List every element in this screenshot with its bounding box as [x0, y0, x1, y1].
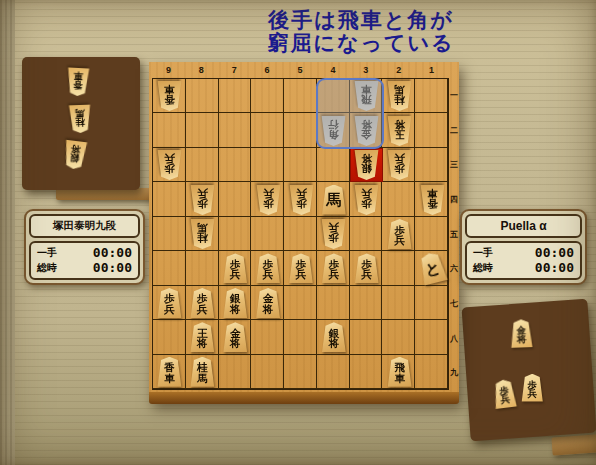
board-square[interactable] — [317, 79, 350, 113]
file-label: 7 — [218, 62, 251, 78]
shogi-piece-sente[interactable]: 金 将 — [222, 322, 249, 352]
board-grid[interactable]: 香 車飛 車桂 馬角 行金 将玉 将歩 兵銀 将歩 兵歩 兵歩 兵歩 兵馬歩 兵… — [152, 78, 449, 390]
hand-piece-sente[interactable]: 歩 兵 — [491, 378, 518, 409]
board-square[interactable] — [350, 217, 383, 251]
right-player-panel: Puella α 一手 00:00 総時 00:00 — [460, 209, 587, 285]
board-square[interactable] — [219, 182, 252, 216]
gote-komadai: 香 車桂 馬銀 将 — [22, 57, 140, 190]
shogi-piece-sente[interactable]: 歩 兵 — [189, 288, 216, 318]
board-square[interactable] — [219, 79, 252, 113]
shogi-piece-gote[interactable]: 桂 馬 — [386, 81, 413, 111]
sente-komadai: 金 将歩 兵歩 兵 — [461, 299, 596, 441]
board-square[interactable] — [415, 320, 448, 354]
rank-label: 三 — [449, 147, 459, 182]
board-square[interactable] — [251, 355, 284, 389]
shogi-piece-gote[interactable]: 歩 兵 — [255, 185, 282, 215]
board-square[interactable] — [317, 355, 350, 389]
shogi-piece-gote[interactable]: 桂 馬 — [189, 219, 216, 249]
file-label: 6 — [251, 62, 284, 78]
shogi-piece-gote[interactable]: 玉 将 — [386, 116, 413, 146]
rank-label: 五 — [449, 217, 459, 252]
hand-piece-sente[interactable]: 金 将 — [509, 319, 534, 348]
shogi-piece-sente[interactable]: 歩 兵 — [222, 253, 249, 283]
board-square[interactable] — [350, 320, 383, 354]
move-time-value: 00:00 — [93, 245, 132, 260]
file-label: 5 — [284, 62, 317, 78]
board-square[interactable] — [284, 320, 317, 354]
shogi-piece-sente[interactable]: 銀 将 — [222, 288, 249, 318]
shogi-piece-sente[interactable]: 歩 兵 — [156, 288, 183, 318]
board-square[interactable] — [219, 217, 252, 251]
rank-label: 七 — [449, 286, 459, 321]
shogi-piece-gote[interactable]: 歩 兵 — [288, 185, 315, 215]
board-square[interactable] — [382, 182, 415, 216]
shogi-piece-gote[interactable]: 角 行 — [320, 116, 347, 146]
board-square[interactable] — [415, 286, 448, 320]
board-square[interactable] — [317, 286, 350, 320]
board-square[interactable] — [186, 79, 219, 113]
hand-piece-sente[interactable]: 歩 兵 — [520, 374, 544, 402]
rank-label: 四 — [449, 182, 459, 217]
board-square[interactable] — [415, 79, 448, 113]
shogi-piece-gote[interactable]: 歩 兵 — [353, 185, 380, 215]
board-square[interactable] — [382, 251, 415, 285]
shogi-piece-gote[interactable]: 飛 車 — [353, 81, 380, 111]
board-square[interactable] — [153, 182, 186, 216]
board-square[interactable] — [219, 355, 252, 389]
board-square[interactable] — [350, 286, 383, 320]
board-square[interactable] — [415, 217, 448, 251]
file-label: 3 — [349, 62, 382, 78]
board-square[interactable] — [415, 148, 448, 182]
board-square[interactable] — [153, 251, 186, 285]
total-time-label: 総時 — [473, 261, 493, 275]
shogi-piece-gote[interactable]: 歩 兵 — [189, 185, 216, 215]
tatami-edge — [0, 0, 15, 465]
board-square[interactable] — [415, 355, 448, 389]
shogi-piece-gote[interactable]: 歩 兵 — [320, 219, 347, 249]
shogi-piece-gote[interactable]: 金 将 — [353, 116, 380, 146]
shogi-piece-sente[interactable]: 歩 兵 — [255, 253, 282, 283]
sente-komadai-base — [551, 434, 596, 455]
right-player-clock: 一手 00:00 総時 00:00 — [465, 241, 582, 280]
board-square[interactable] — [153, 320, 186, 354]
shogi-piece-gote[interactable]: 歩 兵 — [386, 150, 413, 180]
board-square[interactable] — [153, 113, 186, 147]
left-player-clock: 一手 00:00 総時 00:00 — [29, 241, 140, 280]
file-label: 8 — [185, 62, 218, 78]
shogi-board: 987654321 香 車飛 車桂 馬角 行金 将玉 将歩 兵銀 将歩 兵歩 兵… — [149, 62, 459, 402]
board-square[interactable] — [186, 148, 219, 182]
shogi-piece-sente[interactable]: 銀 将 — [320, 322, 347, 352]
shogi-piece-gote[interactable]: 香 車 — [156, 81, 183, 111]
annotation-line-1: 後手は飛車と角が — [238, 8, 484, 31]
file-labels: 987654321 — [152, 62, 448, 78]
board-square[interactable] — [284, 113, 317, 147]
left-player-name: 塚田泰明九段 — [29, 214, 140, 238]
shogi-piece-sente[interactable]: 王 将 — [189, 322, 216, 352]
annotation-line-2: 窮屈になっている — [238, 31, 484, 54]
total-time-value: 00:00 — [93, 260, 132, 275]
board-square[interactable] — [382, 286, 415, 320]
file-label: 9 — [152, 62, 185, 78]
rank-label: 二 — [449, 113, 459, 148]
board-square[interactable] — [284, 79, 317, 113]
hand-piece-gote[interactable]: 桂 馬 — [68, 105, 93, 134]
file-label: 2 — [382, 62, 415, 78]
board-square[interactable] — [284, 217, 317, 251]
board-square[interactable] — [284, 148, 317, 182]
board-square[interactable] — [251, 217, 284, 251]
board-square[interactable] — [284, 286, 317, 320]
board-square[interactable] — [153, 217, 186, 251]
shogi-piece-sente[interactable]: 金 将 — [255, 288, 282, 318]
move-time-label: 一手 — [37, 246, 57, 260]
shogi-piece-gote[interactable]: 歩 兵 — [156, 150, 183, 180]
move-time-label: 一手 — [473, 246, 493, 260]
hand-piece-gote[interactable]: 銀 将 — [61, 140, 88, 171]
shogi-piece-sente[interactable]: 歩 兵 — [353, 253, 380, 283]
file-label: 4 — [316, 62, 349, 78]
board-square[interactable] — [382, 320, 415, 354]
board-square[interactable] — [251, 79, 284, 113]
board-square[interactable] — [251, 148, 284, 182]
board-edge — [149, 392, 459, 404]
board-square[interactable] — [186, 113, 219, 147]
board-square[interactable] — [317, 148, 350, 182]
right-player-name: Puella α — [465, 214, 582, 238]
left-player-panel: 塚田泰明九段 一手 00:00 総時 00:00 — [24, 209, 145, 285]
shogi-piece-sente[interactable]: 香 車 — [156, 357, 183, 387]
total-time-value: 00:00 — [535, 260, 574, 275]
board-square[interactable] — [186, 251, 219, 285]
move-time-value: 00:00 — [535, 245, 574, 260]
file-label: 1 — [415, 62, 448, 78]
shogi-piece-sente[interactable]: 歩 兵 — [288, 253, 315, 283]
board-square[interactable] — [350, 355, 383, 389]
board-square[interactable] — [251, 320, 284, 354]
shogi-piece-gote[interactable]: 銀 将 — [353, 150, 380, 180]
rank-label: 六 — [449, 251, 459, 286]
board-square[interactable] — [219, 148, 252, 182]
annotation-text: 後手は飛車と角が 窮屈になっている — [238, 8, 484, 54]
total-time-label: 総時 — [37, 261, 57, 275]
shogi-piece-gote[interactable]: 香 車 — [419, 185, 446, 215]
shogi-piece-sente[interactable]: 馬 — [320, 185, 347, 215]
board-square[interactable] — [284, 355, 317, 389]
rank-label: 八 — [449, 321, 459, 356]
board-square[interactable] — [219, 113, 252, 147]
shogi-piece-sente[interactable]: 飛 車 — [386, 357, 413, 387]
rank-label: 一 — [449, 78, 459, 113]
shogi-piece-sente[interactable]: 歩 兵 — [386, 219, 413, 249]
shogi-piece-sente[interactable]: 歩 兵 — [320, 253, 347, 283]
hand-piece-gote[interactable]: 香 車 — [65, 67, 90, 96]
board-square[interactable] — [251, 113, 284, 147]
rank-label: 九 — [449, 355, 459, 390]
rank-labels: 一二三四五六七八九 — [449, 78, 459, 390]
shogi-piece-sente[interactable]: 桂 馬 — [189, 357, 216, 387]
board-square[interactable] — [415, 113, 448, 147]
